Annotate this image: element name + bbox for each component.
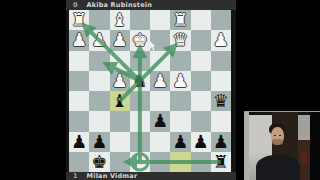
piece-white-bishop-f1: ♝ <box>112 11 128 29</box>
piece-black-pawn-h7: ♟ <box>71 133 87 151</box>
square-b3[interactable] <box>191 51 211 71</box>
top-player-name: Akiba Rubinstein <box>87 1 152 9</box>
square-d7[interactable] <box>150 132 170 152</box>
square-e4[interactable]: ♞ <box>130 71 150 91</box>
square-f3[interactable] <box>110 51 130 71</box>
square-a1[interactable] <box>211 10 231 30</box>
square-g2[interactable]: ♟ <box>89 30 109 50</box>
square-c1[interactable]: ♜ <box>170 10 190 30</box>
square-e5[interactable] <box>130 91 150 111</box>
piece-black-rook-a8: ♜ <box>213 153 229 171</box>
square-b5[interactable] <box>191 91 211 111</box>
square-d4[interactable]: ♟ <box>150 71 170 91</box>
top-player-bar: 0 Akiba Rubinstein <box>66 0 236 10</box>
square-a8[interactable]: ♜ <box>211 152 231 172</box>
square-a6[interactable] <box>211 111 231 131</box>
bottom-player-bar: 1 Milan Vidmar <box>66 172 236 180</box>
square-b4[interactable] <box>191 71 211 91</box>
presenter-person <box>279 135 281 136</box>
square-a5[interactable]: ♛ <box>211 91 231 111</box>
square-g3[interactable] <box>89 51 109 71</box>
square-e7[interactable] <box>130 132 150 152</box>
chess-board[interactable]: ♜♝♜♟♟♟♚♛♟♟♞♟♟♝♛♟♟♟♟♟♟♚♜ <box>69 10 231 172</box>
square-e8[interactable] <box>130 152 150 172</box>
square-f5[interactable]: ♝ <box>110 91 130 111</box>
square-c7[interactable]: ♟ <box>170 132 190 152</box>
video-frame: 0 Akiba Rubinstein ♜♝♜♟♟♟♚♛♟♟♞♟♟♝♛♟♟♟♟♟♟… <box>0 0 320 180</box>
square-b6[interactable] <box>191 111 211 131</box>
piece-black-queen-a5: ♛ <box>213 92 229 110</box>
square-b1[interactable] <box>191 10 211 30</box>
square-e1[interactable] <box>130 10 150 30</box>
square-b7[interactable]: ♟ <box>191 132 211 152</box>
presenter-person <box>274 135 276 136</box>
square-g4[interactable] <box>89 71 109 91</box>
square-h4[interactable] <box>69 71 89 91</box>
piece-white-rook-c1: ♜ <box>172 11 188 29</box>
piece-white-pawn-d4: ♟ <box>152 72 168 90</box>
square-b2[interactable] <box>191 30 211 50</box>
square-c6[interactable] <box>170 111 190 131</box>
square-h6[interactable] <box>69 111 89 131</box>
piece-white-pawn-f2: ♟ <box>112 31 128 49</box>
square-a7[interactable]: ♟ <box>211 132 231 152</box>
webcam-background <box>310 112 320 180</box>
square-a3[interactable] <box>211 51 231 71</box>
chess-panel: 0 Akiba Rubinstein ♜♝♜♟♟♟♚♛♟♟♞♟♟♝♛♟♟♟♟♟♟… <box>66 0 236 180</box>
square-c3[interactable] <box>170 51 190 71</box>
piece-white-pawn-f4: ♟ <box>112 72 128 90</box>
piece-black-pawn-c7: ♟ <box>172 133 188 151</box>
square-h1[interactable]: ♜ <box>69 10 89 30</box>
square-d1[interactable] <box>150 10 170 30</box>
piece-white-pawn-a2: ♟ <box>213 31 229 49</box>
square-d3[interactable] <box>150 51 170 71</box>
square-g5[interactable] <box>89 91 109 111</box>
square-g8[interactable]: ♚ <box>89 152 109 172</box>
square-h5[interactable] <box>69 91 89 111</box>
piece-black-knight-e4: ♞ <box>132 72 148 90</box>
square-b8[interactable] <box>191 152 211 172</box>
square-g6[interactable] <box>89 111 109 131</box>
square-f6[interactable] <box>110 111 130 131</box>
bottom-player-name: Milan Vidmar <box>87 172 138 180</box>
square-c4[interactable]: ♟ <box>170 71 190 91</box>
top-player-score: 0 <box>73 1 78 9</box>
piece-black-pawn-b7: ♟ <box>193 133 209 151</box>
square-e2[interactable]: ♚ <box>130 30 150 50</box>
square-f1[interactable]: ♝ <box>110 10 130 30</box>
piece-white-pawn-g2: ♟ <box>91 31 107 49</box>
piece-black-bishop-f5: ♝ <box>112 92 128 110</box>
webcam-background <box>298 115 310 141</box>
square-g1[interactable] <box>89 10 109 30</box>
square-a2[interactable]: ♟ <box>211 30 231 50</box>
square-h8[interactable] <box>69 152 89 172</box>
presenter-person <box>272 139 283 145</box>
piece-white-pawn-c4: ♟ <box>172 72 188 90</box>
piece-black-king-g8: ♚ <box>91 153 107 171</box>
piece-white-queen-c2: ♛ <box>172 31 188 49</box>
square-d8[interactable] <box>150 152 170 172</box>
square-a4[interactable] <box>211 71 231 91</box>
square-h3[interactable] <box>69 51 89 71</box>
piece-black-pawn-g7: ♟ <box>91 133 107 151</box>
square-g7[interactable]: ♟ <box>89 132 109 152</box>
piece-white-rook-h1: ♜ <box>71 11 87 29</box>
square-h2[interactable]: ♟ <box>69 30 89 50</box>
piece-black-pawn-d6: ♟ <box>152 112 168 130</box>
square-e3[interactable] <box>130 51 150 71</box>
square-d6[interactable]: ♟ <box>150 111 170 131</box>
piece-white-king-e2: ♚ <box>132 31 148 49</box>
square-h7[interactable]: ♟ <box>69 132 89 152</box>
square-e6[interactable] <box>130 111 150 131</box>
square-f4[interactable]: ♟ <box>110 71 130 91</box>
square-c8[interactable] <box>170 152 190 172</box>
webcam-background <box>301 152 307 165</box>
square-d5[interactable] <box>150 91 170 111</box>
square-f2[interactable]: ♟ <box>110 30 130 50</box>
square-f7[interactable] <box>110 132 130 152</box>
square-c5[interactable] <box>170 91 190 111</box>
presenter-person <box>256 155 300 180</box>
piece-black-pawn-a7: ♟ <box>213 133 229 151</box>
bottom-player-score: 1 <box>73 172 78 180</box>
webcam-video <box>244 111 320 180</box>
piece-white-pawn-h2: ♟ <box>71 31 87 49</box>
square-c2[interactable]: ♛ <box>170 30 190 50</box>
square-f8[interactable] <box>110 152 130 172</box>
